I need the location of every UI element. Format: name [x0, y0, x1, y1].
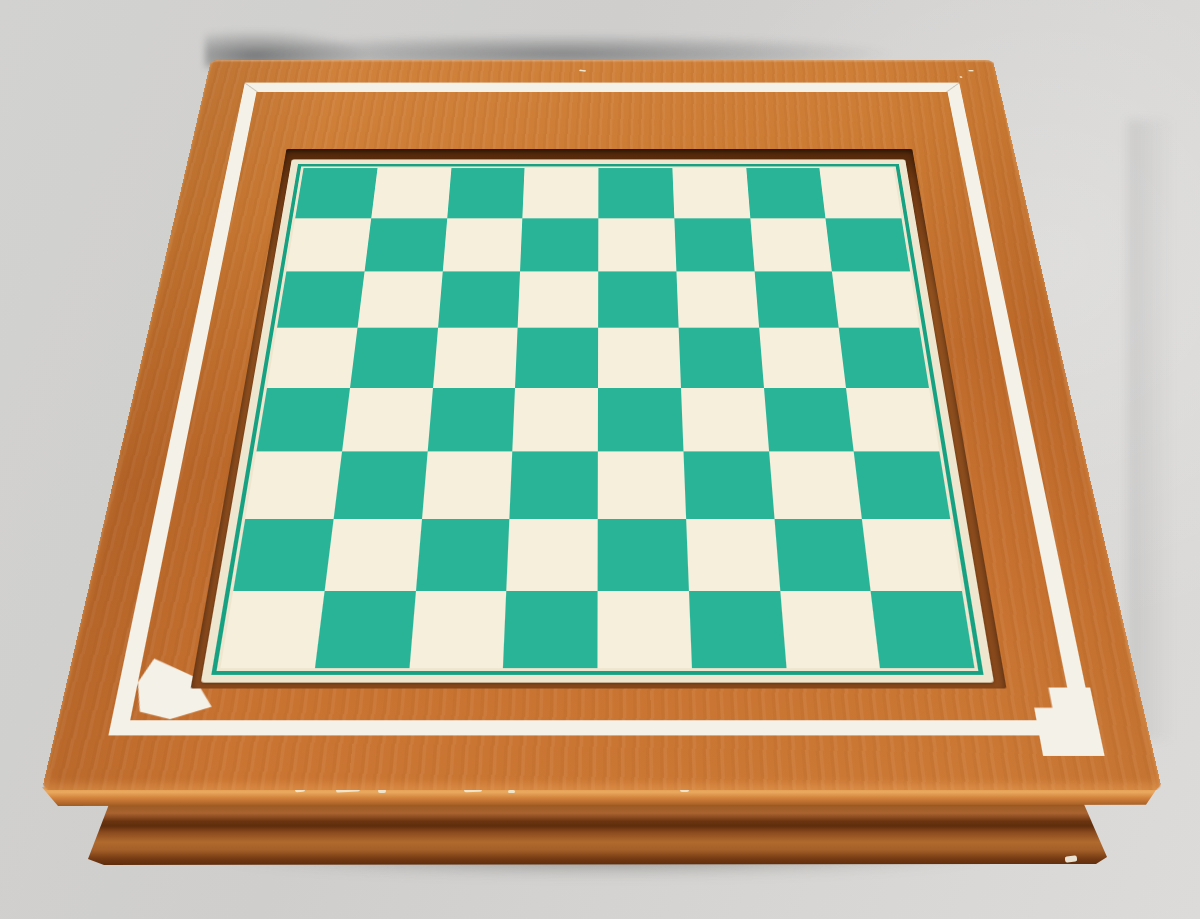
- square-r3c1: [350, 328, 438, 388]
- square-r6c6: [774, 519, 871, 591]
- square-r6c4: [598, 519, 689, 591]
- square-r6c5: [686, 519, 780, 591]
- square-r0c0: [295, 168, 377, 218]
- square-r0c7: [820, 168, 902, 218]
- square-r6c1: [324, 519, 421, 591]
- square-r4c1: [342, 388, 433, 451]
- square-r2c0: [277, 272, 364, 328]
- square-r5c3: [510, 451, 598, 519]
- square-r1c6: [750, 218, 832, 271]
- square-r0c4: [598, 168, 674, 218]
- square-r1c0: [286, 218, 371, 271]
- square-r7c1: [315, 591, 416, 668]
- paint-chip: [508, 790, 515, 793]
- square-r3c4: [598, 328, 681, 388]
- square-r3c2: [433, 328, 518, 388]
- square-r5c0: [245, 451, 342, 519]
- square-r4c4: [598, 388, 683, 451]
- square-r7c0: [220, 591, 324, 668]
- square-r6c2: [415, 519, 509, 591]
- square-r4c0: [257, 388, 350, 451]
- square-r6c0: [233, 519, 333, 591]
- square-r0c1: [371, 168, 451, 218]
- photo-scene: [0, 0, 1200, 919]
- square-r4c2: [427, 388, 515, 451]
- square-r5c6: [769, 451, 863, 519]
- square-r0c6: [746, 168, 826, 218]
- square-r2c2: [438, 272, 521, 328]
- square-r3c0: [267, 328, 357, 388]
- square-r1c4: [598, 218, 676, 271]
- square-r7c3: [503, 591, 597, 668]
- square-r1c7: [826, 218, 910, 271]
- square-r6c7: [862, 519, 962, 591]
- paint-chip: [960, 76, 963, 78]
- checkerboard: [220, 168, 974, 668]
- square-r7c5: [689, 591, 786, 668]
- square-r4c7: [846, 388, 939, 451]
- square-r2c4: [598, 272, 678, 328]
- paint-chip: [378, 789, 386, 793]
- square-r3c6: [759, 328, 847, 388]
- square-r4c3: [513, 388, 598, 451]
- square-r2c5: [676, 272, 758, 328]
- square-r5c1: [333, 451, 427, 519]
- square-r2c3: [518, 272, 598, 328]
- paint-chip: [1065, 855, 1078, 863]
- board-sheet: [201, 159, 994, 682]
- square-r3c3: [515, 328, 598, 388]
- square-r5c5: [683, 451, 774, 519]
- cast-shadow-right: [1128, 120, 1174, 740]
- square-r4c6: [763, 388, 853, 451]
- square-r7c6: [780, 591, 880, 668]
- square-r3c7: [839, 328, 929, 388]
- square-r7c4: [597, 591, 691, 668]
- square-r0c5: [672, 168, 750, 218]
- square-r1c2: [442, 218, 522, 271]
- square-r5c2: [422, 451, 513, 519]
- square-r6c3: [507, 519, 598, 591]
- square-r7c2: [409, 591, 507, 668]
- square-r1c5: [674, 218, 754, 271]
- square-r2c1: [357, 272, 442, 328]
- square-r1c1: [364, 218, 446, 271]
- square-r0c2: [447, 168, 525, 218]
- board-plane: [42, 60, 1162, 789]
- square-r2c6: [754, 272, 839, 328]
- square-r5c4: [598, 451, 686, 519]
- square-r5c7: [854, 451, 950, 519]
- square-r4c5: [681, 388, 769, 451]
- square-r1c3: [520, 218, 598, 271]
- square-r3c5: [678, 328, 763, 388]
- square-r7c7: [871, 591, 975, 668]
- paint-chip: [968, 70, 973, 72]
- square-r0c3: [523, 168, 599, 218]
- square-r2c7: [832, 272, 919, 328]
